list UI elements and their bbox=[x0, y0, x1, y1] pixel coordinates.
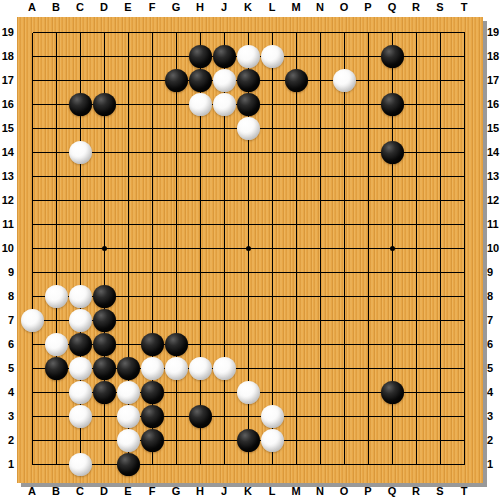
intersection-L16[interactable] bbox=[260, 92, 284, 116]
intersection-B3[interactable] bbox=[44, 404, 68, 428]
intersection-P19[interactable] bbox=[356, 20, 380, 44]
intersection-M15[interactable] bbox=[284, 116, 308, 140]
intersection-R2[interactable] bbox=[404, 428, 428, 452]
intersection-O10[interactable] bbox=[332, 236, 356, 260]
intersection-S14[interactable] bbox=[428, 140, 452, 164]
intersection-J18[interactable] bbox=[212, 44, 236, 68]
intersection-O18[interactable] bbox=[332, 44, 356, 68]
intersection-M6[interactable] bbox=[284, 332, 308, 356]
intersection-H4[interactable] bbox=[188, 380, 212, 404]
intersection-B4[interactable] bbox=[44, 380, 68, 404]
intersection-R19[interactable] bbox=[404, 20, 428, 44]
intersection-K2[interactable] bbox=[236, 428, 260, 452]
intersection-F2[interactable] bbox=[140, 428, 164, 452]
intersection-A11[interactable] bbox=[20, 212, 44, 236]
intersection-O1[interactable] bbox=[332, 452, 356, 476]
intersection-E10[interactable] bbox=[116, 236, 140, 260]
intersection-S1[interactable] bbox=[428, 452, 452, 476]
intersection-N8[interactable] bbox=[308, 284, 332, 308]
intersection-P6[interactable] bbox=[356, 332, 380, 356]
intersection-S7[interactable] bbox=[428, 308, 452, 332]
intersection-S3[interactable] bbox=[428, 404, 452, 428]
intersection-O8[interactable] bbox=[332, 284, 356, 308]
intersection-A15[interactable] bbox=[20, 116, 44, 140]
intersection-N4[interactable] bbox=[308, 380, 332, 404]
intersection-D12[interactable] bbox=[92, 188, 116, 212]
intersection-N19[interactable] bbox=[308, 20, 332, 44]
intersection-S2[interactable] bbox=[428, 428, 452, 452]
intersection-G11[interactable] bbox=[164, 212, 188, 236]
intersection-D10[interactable] bbox=[92, 236, 116, 260]
intersection-N6[interactable] bbox=[308, 332, 332, 356]
intersection-P5[interactable] bbox=[356, 356, 380, 380]
intersection-P14[interactable] bbox=[356, 140, 380, 164]
intersection-J3[interactable] bbox=[212, 404, 236, 428]
intersection-P16[interactable] bbox=[356, 92, 380, 116]
intersection-G1[interactable] bbox=[164, 452, 188, 476]
intersection-B19[interactable] bbox=[44, 20, 68, 44]
intersection-P7[interactable] bbox=[356, 308, 380, 332]
intersection-S17[interactable] bbox=[428, 68, 452, 92]
intersection-L15[interactable] bbox=[260, 116, 284, 140]
intersection-K3[interactable] bbox=[236, 404, 260, 428]
intersection-Q1[interactable] bbox=[380, 452, 404, 476]
intersection-L5[interactable] bbox=[260, 356, 284, 380]
intersection-D3[interactable] bbox=[92, 404, 116, 428]
intersection-F7[interactable] bbox=[140, 308, 164, 332]
intersection-N18[interactable] bbox=[308, 44, 332, 68]
intersection-B17[interactable] bbox=[44, 68, 68, 92]
intersection-S16[interactable] bbox=[428, 92, 452, 116]
intersection-E12[interactable] bbox=[116, 188, 140, 212]
intersection-N3[interactable] bbox=[308, 404, 332, 428]
intersection-S4[interactable] bbox=[428, 380, 452, 404]
intersection-M13[interactable] bbox=[284, 164, 308, 188]
intersection-O4[interactable] bbox=[332, 380, 356, 404]
intersection-G19[interactable] bbox=[164, 20, 188, 44]
intersection-C12[interactable] bbox=[68, 188, 92, 212]
intersection-L2[interactable] bbox=[260, 428, 284, 452]
intersection-R6[interactable] bbox=[404, 332, 428, 356]
intersection-J7[interactable] bbox=[212, 308, 236, 332]
intersection-K9[interactable] bbox=[236, 260, 260, 284]
intersection-M9[interactable] bbox=[284, 260, 308, 284]
intersection-B6[interactable] bbox=[44, 332, 68, 356]
intersection-J4[interactable] bbox=[212, 380, 236, 404]
intersection-D5[interactable] bbox=[92, 356, 116, 380]
intersection-J8[interactable] bbox=[212, 284, 236, 308]
intersection-C8[interactable] bbox=[68, 284, 92, 308]
intersection-T14[interactable] bbox=[452, 140, 476, 164]
intersection-R11[interactable] bbox=[404, 212, 428, 236]
intersection-M5[interactable] bbox=[284, 356, 308, 380]
intersection-O9[interactable] bbox=[332, 260, 356, 284]
intersection-Q17[interactable] bbox=[380, 68, 404, 92]
intersection-P17[interactable] bbox=[356, 68, 380, 92]
intersection-A17[interactable] bbox=[20, 68, 44, 92]
intersection-H16[interactable] bbox=[188, 92, 212, 116]
intersection-D2[interactable] bbox=[92, 428, 116, 452]
intersection-O11[interactable] bbox=[332, 212, 356, 236]
intersection-G15[interactable] bbox=[164, 116, 188, 140]
intersection-K18[interactable] bbox=[236, 44, 260, 68]
intersection-E16[interactable] bbox=[116, 92, 140, 116]
intersection-F17[interactable] bbox=[140, 68, 164, 92]
intersection-R8[interactable] bbox=[404, 284, 428, 308]
intersection-C15[interactable] bbox=[68, 116, 92, 140]
intersection-O19[interactable] bbox=[332, 20, 356, 44]
intersection-H2[interactable] bbox=[188, 428, 212, 452]
intersection-L7[interactable] bbox=[260, 308, 284, 332]
intersection-J2[interactable] bbox=[212, 428, 236, 452]
intersection-F18[interactable] bbox=[140, 44, 164, 68]
intersection-S10[interactable] bbox=[428, 236, 452, 260]
intersection-H12[interactable] bbox=[188, 188, 212, 212]
intersection-O12[interactable] bbox=[332, 188, 356, 212]
intersection-D6[interactable] bbox=[92, 332, 116, 356]
intersection-Q4[interactable] bbox=[380, 380, 404, 404]
intersection-P2[interactable] bbox=[356, 428, 380, 452]
intersection-A14[interactable] bbox=[20, 140, 44, 164]
intersection-C3[interactable] bbox=[68, 404, 92, 428]
intersection-S8[interactable] bbox=[428, 284, 452, 308]
intersection-C14[interactable] bbox=[68, 140, 92, 164]
intersection-F4[interactable] bbox=[140, 380, 164, 404]
intersection-J10[interactable] bbox=[212, 236, 236, 260]
intersection-G18[interactable] bbox=[164, 44, 188, 68]
intersection-T13[interactable] bbox=[452, 164, 476, 188]
intersection-J15[interactable] bbox=[212, 116, 236, 140]
intersection-E4[interactable] bbox=[116, 380, 140, 404]
intersection-J12[interactable] bbox=[212, 188, 236, 212]
intersection-K5[interactable] bbox=[236, 356, 260, 380]
intersection-S9[interactable] bbox=[428, 260, 452, 284]
intersection-Q5[interactable] bbox=[380, 356, 404, 380]
intersection-K17[interactable] bbox=[236, 68, 260, 92]
intersection-H9[interactable] bbox=[188, 260, 212, 284]
intersection-T16[interactable] bbox=[452, 92, 476, 116]
intersection-H6[interactable] bbox=[188, 332, 212, 356]
intersection-N7[interactable] bbox=[308, 308, 332, 332]
intersection-C16[interactable] bbox=[68, 92, 92, 116]
intersection-J19[interactable] bbox=[212, 20, 236, 44]
intersection-Q18[interactable] bbox=[380, 44, 404, 68]
intersection-B15[interactable] bbox=[44, 116, 68, 140]
intersection-L19[interactable] bbox=[260, 20, 284, 44]
intersection-B18[interactable] bbox=[44, 44, 68, 68]
intersection-F12[interactable] bbox=[140, 188, 164, 212]
intersection-E9[interactable] bbox=[116, 260, 140, 284]
intersection-T15[interactable] bbox=[452, 116, 476, 140]
intersection-H15[interactable] bbox=[188, 116, 212, 140]
intersection-F16[interactable] bbox=[140, 92, 164, 116]
intersection-S13[interactable] bbox=[428, 164, 452, 188]
intersection-H14[interactable] bbox=[188, 140, 212, 164]
intersection-H8[interactable] bbox=[188, 284, 212, 308]
intersection-R1[interactable] bbox=[404, 452, 428, 476]
intersection-A8[interactable] bbox=[20, 284, 44, 308]
intersection-B1[interactable] bbox=[44, 452, 68, 476]
intersection-F13[interactable] bbox=[140, 164, 164, 188]
intersection-N14[interactable] bbox=[308, 140, 332, 164]
intersection-G6[interactable] bbox=[164, 332, 188, 356]
intersection-R9[interactable] bbox=[404, 260, 428, 284]
intersection-N11[interactable] bbox=[308, 212, 332, 236]
intersection-L18[interactable] bbox=[260, 44, 284, 68]
intersection-N2[interactable] bbox=[308, 428, 332, 452]
intersection-L9[interactable] bbox=[260, 260, 284, 284]
intersection-O14[interactable] bbox=[332, 140, 356, 164]
intersection-G12[interactable] bbox=[164, 188, 188, 212]
intersection-T4[interactable] bbox=[452, 380, 476, 404]
intersection-A4[interactable] bbox=[20, 380, 44, 404]
intersection-M3[interactable] bbox=[284, 404, 308, 428]
intersection-L6[interactable] bbox=[260, 332, 284, 356]
intersection-K13[interactable] bbox=[236, 164, 260, 188]
intersection-T10[interactable] bbox=[452, 236, 476, 260]
intersection-D14[interactable] bbox=[92, 140, 116, 164]
intersection-K8[interactable] bbox=[236, 284, 260, 308]
intersection-C9[interactable] bbox=[68, 260, 92, 284]
intersection-C13[interactable] bbox=[68, 164, 92, 188]
intersection-N1[interactable] bbox=[308, 452, 332, 476]
intersection-K10[interactable] bbox=[236, 236, 260, 260]
intersection-E11[interactable] bbox=[116, 212, 140, 236]
intersection-F10[interactable] bbox=[140, 236, 164, 260]
intersection-E7[interactable] bbox=[116, 308, 140, 332]
intersection-K19[interactable] bbox=[236, 20, 260, 44]
intersection-G8[interactable] bbox=[164, 284, 188, 308]
intersection-N16[interactable] bbox=[308, 92, 332, 116]
intersection-M12[interactable] bbox=[284, 188, 308, 212]
intersection-F15[interactable] bbox=[140, 116, 164, 140]
intersection-R7[interactable] bbox=[404, 308, 428, 332]
intersection-C7[interactable] bbox=[68, 308, 92, 332]
intersection-O16[interactable] bbox=[332, 92, 356, 116]
intersection-K12[interactable] bbox=[236, 188, 260, 212]
intersection-C10[interactable] bbox=[68, 236, 92, 260]
intersection-S12[interactable] bbox=[428, 188, 452, 212]
intersection-H7[interactable] bbox=[188, 308, 212, 332]
intersection-T5[interactable] bbox=[452, 356, 476, 380]
intersection-S11[interactable] bbox=[428, 212, 452, 236]
intersection-C18[interactable] bbox=[68, 44, 92, 68]
intersection-T6[interactable] bbox=[452, 332, 476, 356]
intersection-T11[interactable] bbox=[452, 212, 476, 236]
intersection-P12[interactable] bbox=[356, 188, 380, 212]
intersection-G14[interactable] bbox=[164, 140, 188, 164]
intersection-Q12[interactable] bbox=[380, 188, 404, 212]
intersection-S15[interactable] bbox=[428, 116, 452, 140]
intersection-P11[interactable] bbox=[356, 212, 380, 236]
intersection-G7[interactable] bbox=[164, 308, 188, 332]
intersection-D16[interactable] bbox=[92, 92, 116, 116]
intersection-H10[interactable] bbox=[188, 236, 212, 260]
intersection-A19[interactable] bbox=[20, 20, 44, 44]
intersection-C6[interactable] bbox=[68, 332, 92, 356]
intersection-N5[interactable] bbox=[308, 356, 332, 380]
intersection-E6[interactable] bbox=[116, 332, 140, 356]
intersection-C1[interactable] bbox=[68, 452, 92, 476]
intersection-L10[interactable] bbox=[260, 236, 284, 260]
intersection-K1[interactable] bbox=[236, 452, 260, 476]
intersection-D17[interactable] bbox=[92, 68, 116, 92]
intersection-N15[interactable] bbox=[308, 116, 332, 140]
intersection-M18[interactable] bbox=[284, 44, 308, 68]
intersection-K15[interactable] bbox=[236, 116, 260, 140]
intersection-O17[interactable] bbox=[332, 68, 356, 92]
intersection-M8[interactable] bbox=[284, 284, 308, 308]
intersection-R5[interactable] bbox=[404, 356, 428, 380]
intersection-L4[interactable] bbox=[260, 380, 284, 404]
intersection-F5[interactable] bbox=[140, 356, 164, 380]
intersection-G17[interactable] bbox=[164, 68, 188, 92]
intersection-P4[interactable] bbox=[356, 380, 380, 404]
intersection-B11[interactable] bbox=[44, 212, 68, 236]
intersection-T19[interactable] bbox=[452, 20, 476, 44]
intersection-G4[interactable] bbox=[164, 380, 188, 404]
intersection-Q15[interactable] bbox=[380, 116, 404, 140]
intersection-T3[interactable] bbox=[452, 404, 476, 428]
intersection-Q14[interactable] bbox=[380, 140, 404, 164]
intersection-B5[interactable] bbox=[44, 356, 68, 380]
intersection-M1[interactable] bbox=[284, 452, 308, 476]
intersection-L12[interactable] bbox=[260, 188, 284, 212]
intersection-T9[interactable] bbox=[452, 260, 476, 284]
intersection-R10[interactable] bbox=[404, 236, 428, 260]
intersection-E15[interactable] bbox=[116, 116, 140, 140]
intersection-T8[interactable] bbox=[452, 284, 476, 308]
intersection-Q2[interactable] bbox=[380, 428, 404, 452]
intersection-M14[interactable] bbox=[284, 140, 308, 164]
intersection-P13[interactable] bbox=[356, 164, 380, 188]
intersection-L3[interactable] bbox=[260, 404, 284, 428]
intersection-O6[interactable] bbox=[332, 332, 356, 356]
intersection-A16[interactable] bbox=[20, 92, 44, 116]
intersection-Q13[interactable] bbox=[380, 164, 404, 188]
intersection-P9[interactable] bbox=[356, 260, 380, 284]
intersection-F9[interactable] bbox=[140, 260, 164, 284]
intersection-M10[interactable] bbox=[284, 236, 308, 260]
intersection-T12[interactable] bbox=[452, 188, 476, 212]
intersection-L8[interactable] bbox=[260, 284, 284, 308]
intersection-D13[interactable] bbox=[92, 164, 116, 188]
intersection-T17[interactable] bbox=[452, 68, 476, 92]
intersection-C2[interactable] bbox=[68, 428, 92, 452]
intersection-H19[interactable] bbox=[188, 20, 212, 44]
intersection-O13[interactable] bbox=[332, 164, 356, 188]
intersection-J14[interactable] bbox=[212, 140, 236, 164]
intersection-B13[interactable] bbox=[44, 164, 68, 188]
intersection-D15[interactable] bbox=[92, 116, 116, 140]
intersection-F6[interactable] bbox=[140, 332, 164, 356]
intersection-Q7[interactable] bbox=[380, 308, 404, 332]
intersection-L14[interactable] bbox=[260, 140, 284, 164]
intersection-R3[interactable] bbox=[404, 404, 428, 428]
intersection-B12[interactable] bbox=[44, 188, 68, 212]
intersection-B9[interactable] bbox=[44, 260, 68, 284]
intersection-B10[interactable] bbox=[44, 236, 68, 260]
intersection-E14[interactable] bbox=[116, 140, 140, 164]
intersection-O2[interactable] bbox=[332, 428, 356, 452]
intersection-T2[interactable] bbox=[452, 428, 476, 452]
intersection-A12[interactable] bbox=[20, 188, 44, 212]
intersection-A2[interactable] bbox=[20, 428, 44, 452]
intersection-C5[interactable] bbox=[68, 356, 92, 380]
intersection-E3[interactable] bbox=[116, 404, 140, 428]
intersection-D4[interactable] bbox=[92, 380, 116, 404]
intersection-E18[interactable] bbox=[116, 44, 140, 68]
intersection-E17[interactable] bbox=[116, 68, 140, 92]
intersection-N17[interactable] bbox=[308, 68, 332, 92]
intersection-K7[interactable] bbox=[236, 308, 260, 332]
intersection-A6[interactable] bbox=[20, 332, 44, 356]
intersection-R14[interactable] bbox=[404, 140, 428, 164]
intersection-H5[interactable] bbox=[188, 356, 212, 380]
intersection-L17[interactable] bbox=[260, 68, 284, 92]
intersection-R12[interactable] bbox=[404, 188, 428, 212]
intersection-E2[interactable] bbox=[116, 428, 140, 452]
intersection-G2[interactable] bbox=[164, 428, 188, 452]
intersection-F19[interactable] bbox=[140, 20, 164, 44]
intersection-S6[interactable] bbox=[428, 332, 452, 356]
intersection-F14[interactable] bbox=[140, 140, 164, 164]
intersection-Q9[interactable] bbox=[380, 260, 404, 284]
intersection-Q3[interactable] bbox=[380, 404, 404, 428]
intersection-A10[interactable] bbox=[20, 236, 44, 260]
intersection-Q11[interactable] bbox=[380, 212, 404, 236]
intersection-H11[interactable] bbox=[188, 212, 212, 236]
intersection-G13[interactable] bbox=[164, 164, 188, 188]
intersection-A7[interactable] bbox=[20, 308, 44, 332]
intersection-F11[interactable] bbox=[140, 212, 164, 236]
intersection-R13[interactable] bbox=[404, 164, 428, 188]
intersection-P8[interactable] bbox=[356, 284, 380, 308]
intersection-P1[interactable] bbox=[356, 452, 380, 476]
intersection-O5[interactable] bbox=[332, 356, 356, 380]
intersection-T1[interactable] bbox=[452, 452, 476, 476]
intersection-K14[interactable] bbox=[236, 140, 260, 164]
intersection-B2[interactable] bbox=[44, 428, 68, 452]
intersection-J13[interactable] bbox=[212, 164, 236, 188]
intersection-M16[interactable] bbox=[284, 92, 308, 116]
intersection-C4[interactable] bbox=[68, 380, 92, 404]
intersection-R18[interactable] bbox=[404, 44, 428, 68]
intersection-M11[interactable] bbox=[284, 212, 308, 236]
intersection-F1[interactable] bbox=[140, 452, 164, 476]
intersection-M17[interactable] bbox=[284, 68, 308, 92]
intersection-D1[interactable] bbox=[92, 452, 116, 476]
intersection-R16[interactable] bbox=[404, 92, 428, 116]
intersection-C17[interactable] bbox=[68, 68, 92, 92]
intersection-E1[interactable] bbox=[116, 452, 140, 476]
intersection-P18[interactable] bbox=[356, 44, 380, 68]
intersection-K16[interactable] bbox=[236, 92, 260, 116]
intersection-C11[interactable] bbox=[68, 212, 92, 236]
intersection-K6[interactable] bbox=[236, 332, 260, 356]
intersection-B14[interactable] bbox=[44, 140, 68, 164]
intersection-H17[interactable] bbox=[188, 68, 212, 92]
intersection-E13[interactable] bbox=[116, 164, 140, 188]
intersection-E8[interactable] bbox=[116, 284, 140, 308]
intersection-N10[interactable] bbox=[308, 236, 332, 260]
intersection-O15[interactable] bbox=[332, 116, 356, 140]
intersection-J16[interactable] bbox=[212, 92, 236, 116]
intersection-P3[interactable] bbox=[356, 404, 380, 428]
intersection-K4[interactable] bbox=[236, 380, 260, 404]
intersection-R4[interactable] bbox=[404, 380, 428, 404]
intersection-A13[interactable] bbox=[20, 164, 44, 188]
